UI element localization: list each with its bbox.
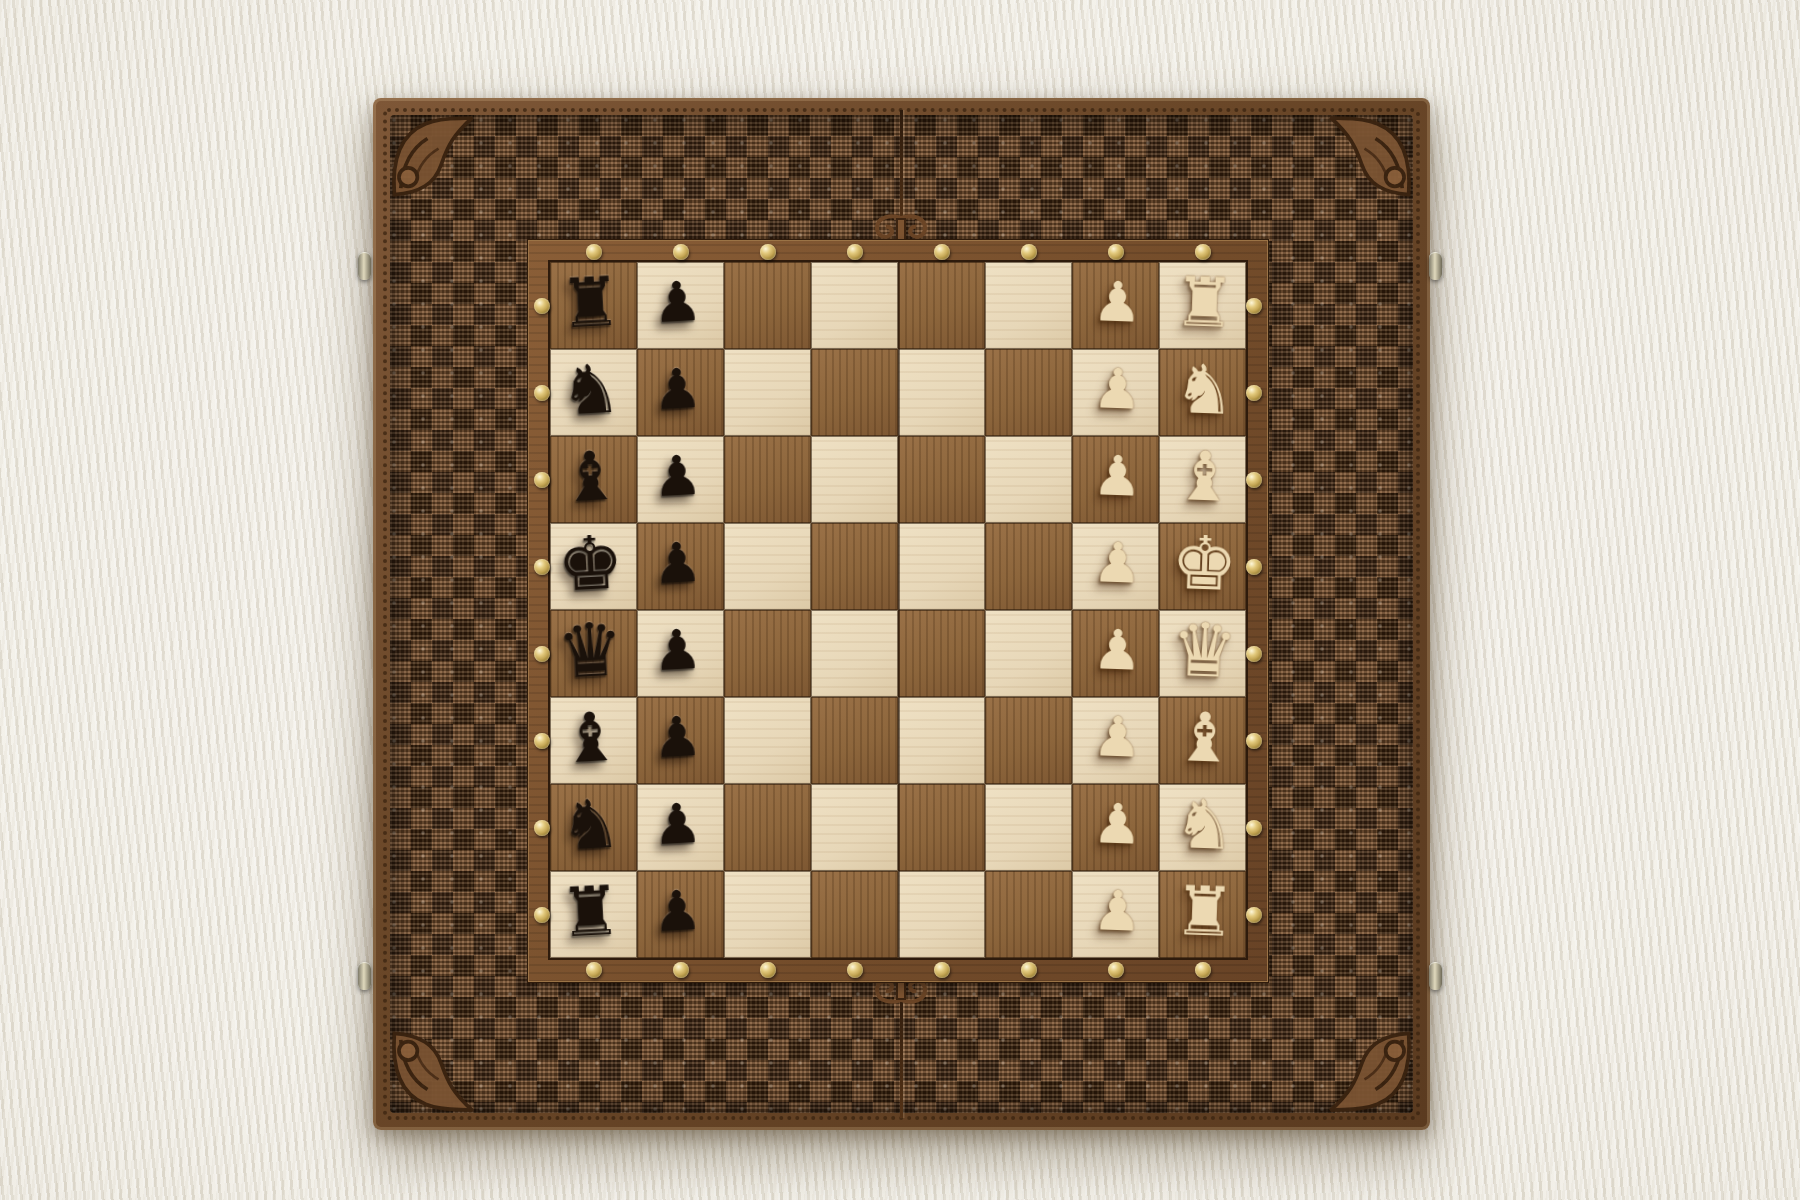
white-pawn-piece[interactable]: ♟	[1073, 867, 1163, 957]
square-e2[interactable]: ♟	[1072, 523, 1159, 610]
brass-pin-icon	[1108, 962, 1124, 978]
white-pawn-piece[interactable]: ♟	[1073, 258, 1163, 348]
square-b1[interactable]: ♞	[1159, 784, 1246, 871]
acanthus-corner-ornament-icon	[1324, 1026, 1416, 1118]
square-d7[interactable]: ♟	[637, 610, 724, 697]
brass-pin-icon	[586, 244, 602, 260]
brass-pin-icon	[1246, 907, 1262, 923]
white-pawn-piece[interactable]: ♟	[1073, 693, 1163, 783]
square-e5[interactable]	[811, 523, 898, 610]
square-f4[interactable]	[898, 436, 985, 523]
black-bishop-piece[interactable]: ♝	[545, 692, 636, 783]
square-h6[interactable]	[724, 262, 811, 349]
white-pawn-piece[interactable]: ♟	[1073, 606, 1163, 696]
brass-pin-icon	[847, 244, 863, 260]
square-f5[interactable]	[811, 436, 898, 523]
square-e6[interactable]	[724, 523, 811, 610]
brass-pin-icon	[1246, 385, 1262, 401]
square-h2[interactable]: ♟	[1072, 262, 1159, 349]
black-knight-piece[interactable]: ♞	[545, 344, 636, 435]
square-f7[interactable]: ♟	[637, 436, 724, 523]
square-h8[interactable]: ♜	[550, 262, 637, 349]
brass-latch	[1429, 252, 1442, 280]
black-pawn-piece[interactable]: ♟	[632, 692, 723, 783]
square-e3[interactable]	[985, 523, 1072, 610]
square-b5[interactable]	[811, 784, 898, 871]
square-e7[interactable]: ♟	[637, 523, 724, 610]
brass-pin-icon	[534, 472, 550, 488]
square-a4[interactable]	[898, 871, 985, 958]
square-b2[interactable]: ♟	[1072, 784, 1159, 871]
brass-pin-icon	[1195, 962, 1211, 978]
square-b4[interactable]	[898, 784, 985, 871]
acanthus-corner-ornament-icon	[387, 110, 479, 202]
brass-pin-icon	[1195, 244, 1211, 260]
square-d8[interactable]: ♛	[550, 610, 637, 697]
black-pawn-piece[interactable]: ♟	[632, 518, 723, 609]
white-pawn-piece[interactable]: ♟	[1073, 432, 1163, 522]
square-c4[interactable]	[898, 697, 985, 784]
square-a5[interactable]	[811, 871, 898, 958]
square-a1[interactable]: ♜	[1159, 871, 1246, 958]
square-g2[interactable]: ♟	[1072, 349, 1159, 436]
acanthus-corner-ornament-icon	[1324, 110, 1416, 202]
black-king-piece[interactable]: ♚	[545, 518, 636, 609]
square-g6[interactable]	[724, 349, 811, 436]
square-b7[interactable]: ♟	[637, 784, 724, 871]
board-fold-line	[898, 262, 900, 958]
square-c5[interactable]	[811, 697, 898, 784]
white-bishop-piece[interactable]: ♝	[1160, 693, 1250, 783]
square-d5[interactable]	[811, 610, 898, 697]
brass-pin-icon	[1246, 298, 1262, 314]
square-g3[interactable]	[985, 349, 1072, 436]
square-g4[interactable]	[898, 349, 985, 436]
brass-pin-icon	[934, 244, 950, 260]
square-d3[interactable]	[985, 610, 1072, 697]
black-rook-piece[interactable]: ♜	[545, 257, 636, 348]
square-b3[interactable]	[985, 784, 1072, 871]
square-c7[interactable]: ♟	[637, 697, 724, 784]
square-c6[interactable]	[724, 697, 811, 784]
white-bishop-piece[interactable]: ♝	[1160, 432, 1250, 522]
black-pawn-piece[interactable]: ♟	[632, 257, 723, 348]
square-c8[interactable]: ♝	[550, 697, 637, 784]
brass-pin-icon	[534, 559, 550, 575]
white-pawn-piece[interactable]: ♟	[1073, 519, 1163, 609]
brass-pin-icon	[1021, 244, 1037, 260]
square-e8[interactable]: ♚	[550, 523, 637, 610]
square-g8[interactable]: ♞	[550, 349, 637, 436]
brass-pin-icon	[760, 244, 776, 260]
square-f3[interactable]	[985, 436, 1072, 523]
brass-pin-icon	[673, 962, 689, 978]
square-d6[interactable]	[724, 610, 811, 697]
square-h1[interactable]: ♜	[1159, 262, 1246, 349]
square-h4[interactable]	[898, 262, 985, 349]
white-king-piece[interactable]: ♚	[1160, 519, 1250, 609]
brass-pin-icon	[1246, 646, 1262, 662]
brass-pin-icon	[586, 962, 602, 978]
brass-pin-icon	[534, 385, 550, 401]
fur-background: ♜♟♟♜♞♟♟♞♝♟♟♝♚♟♟♚♛♟♟♛♝♟♟♝♞♟♟♞♜♟♟♜	[0, 0, 1800, 1200]
brass-pin-icon	[534, 907, 550, 923]
brass-pin-icon	[1246, 820, 1262, 836]
square-g5[interactable]	[811, 349, 898, 436]
black-pawn-piece[interactable]: ♟	[632, 344, 723, 435]
brass-latch	[358, 252, 371, 280]
black-pawn-piece[interactable]: ♟	[632, 866, 723, 957]
black-pawn-piece[interactable]: ♟	[632, 431, 723, 522]
black-rook-piece[interactable]: ♜	[545, 866, 636, 957]
square-h3[interactable]	[985, 262, 1072, 349]
square-f2[interactable]: ♟	[1072, 436, 1159, 523]
brass-pin-icon	[534, 298, 550, 314]
brass-pin-icon	[1246, 733, 1262, 749]
square-e4[interactable]	[898, 523, 985, 610]
square-c1[interactable]: ♝	[1159, 697, 1246, 784]
square-f6[interactable]	[724, 436, 811, 523]
brass-pin-icon	[760, 962, 776, 978]
white-knight-piece[interactable]: ♞	[1160, 345, 1250, 435]
black-pawn-piece[interactable]: ♟	[632, 605, 723, 696]
square-a3[interactable]	[985, 871, 1072, 958]
square-f1[interactable]: ♝	[1159, 436, 1246, 523]
square-a7[interactable]: ♟	[637, 871, 724, 958]
white-pawn-piece[interactable]: ♟	[1073, 345, 1163, 435]
square-f8[interactable]: ♝	[550, 436, 637, 523]
brass-pin-icon	[534, 646, 550, 662]
white-rook-piece[interactable]: ♜	[1160, 258, 1250, 348]
black-knight-piece[interactable]: ♞	[545, 779, 636, 870]
square-b6[interactable]	[724, 784, 811, 871]
brass-latch	[1429, 962, 1442, 990]
square-d2[interactable]: ♟	[1072, 610, 1159, 697]
square-e1[interactable]: ♚	[1159, 523, 1246, 610]
brass-pin-icon	[1246, 559, 1262, 575]
square-d4[interactable]	[898, 610, 985, 697]
brass-pin-icon	[673, 244, 689, 260]
white-queen-piece[interactable]: ♛	[1160, 606, 1250, 696]
brass-latch	[358, 962, 371, 990]
white-knight-piece[interactable]: ♞	[1160, 780, 1250, 870]
square-c2[interactable]: ♟	[1072, 697, 1159, 784]
square-g7[interactable]: ♟	[637, 349, 724, 436]
black-bishop-piece[interactable]: ♝	[545, 431, 636, 522]
black-queen-piece[interactable]: ♛	[545, 605, 636, 696]
brass-pin-icon	[1108, 244, 1124, 260]
square-g1[interactable]: ♞	[1159, 349, 1246, 436]
square-b8[interactable]: ♞	[550, 784, 637, 871]
acanthus-corner-ornament-icon	[387, 1026, 479, 1118]
square-a6[interactable]	[724, 871, 811, 958]
square-a2[interactable]: ♟	[1072, 871, 1159, 958]
brass-pin-icon	[1246, 472, 1262, 488]
brass-pin-icon	[1021, 962, 1037, 978]
white-pawn-piece[interactable]: ♟	[1073, 780, 1163, 870]
brass-pin-icon	[534, 733, 550, 749]
white-rook-piece[interactable]: ♜	[1160, 867, 1250, 957]
brass-pin-icon	[534, 820, 550, 836]
square-c3[interactable]	[985, 697, 1072, 784]
black-pawn-piece[interactable]: ♟	[632, 779, 723, 870]
square-a8[interactable]: ♜	[550, 871, 637, 958]
brass-pin-icon	[847, 962, 863, 978]
square-d1[interactable]: ♛	[1159, 610, 1246, 697]
square-h7[interactable]: ♟	[637, 262, 724, 349]
brass-pin-icon	[934, 962, 950, 978]
square-h5[interactable]	[811, 262, 898, 349]
